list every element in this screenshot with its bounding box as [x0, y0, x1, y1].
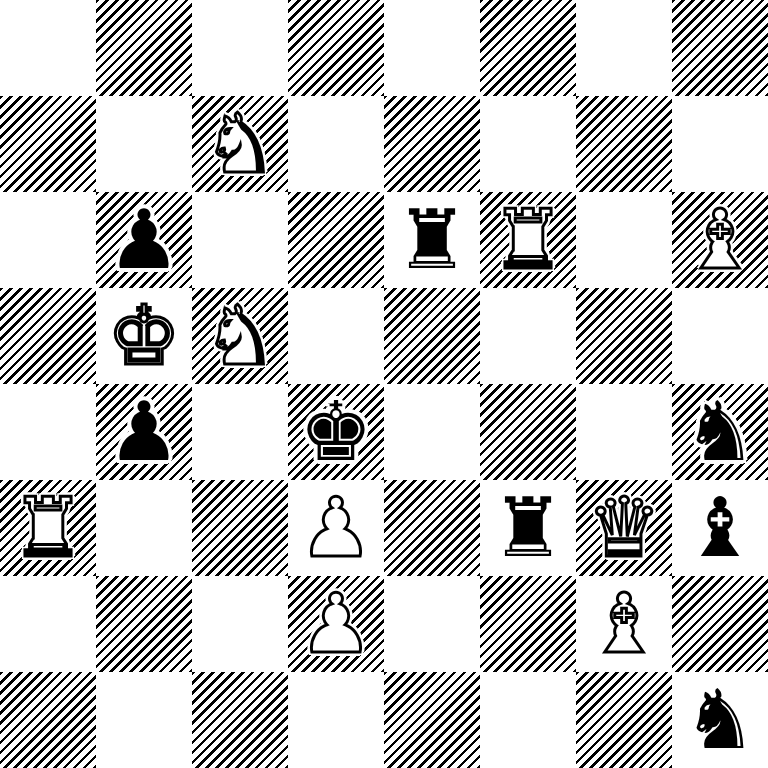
piece-black-bishop: ♝ [672, 480, 768, 576]
square-d5[interactable] [288, 288, 384, 384]
square-h5[interactable] [672, 288, 768, 384]
square-h8[interactable] [672, 0, 768, 96]
piece-white-pawn: ♟ [288, 480, 384, 576]
square-f8[interactable] [480, 0, 576, 96]
square-d8[interactable] [288, 0, 384, 96]
square-g6[interactable] [576, 192, 672, 288]
piece-black-knight: ♞ [672, 384, 768, 480]
square-e5[interactable] [384, 288, 480, 384]
square-e8[interactable] [384, 0, 480, 96]
piece-white-knight: ♞ [192, 96, 288, 192]
square-c8[interactable] [192, 0, 288, 96]
square-f7[interactable] [480, 96, 576, 192]
square-h2[interactable] [672, 576, 768, 672]
square-g3[interactable]: ♛ [576, 480, 672, 576]
square-c2[interactable] [192, 576, 288, 672]
square-a2[interactable] [0, 576, 96, 672]
square-g2[interactable]: ♝ [576, 576, 672, 672]
square-b1[interactable] [96, 672, 192, 768]
piece-black-king: ♚ [288, 384, 384, 480]
square-a3[interactable]: ♜ [0, 480, 96, 576]
piece-white-king: ♚ [96, 288, 192, 384]
square-e1[interactable] [384, 672, 480, 768]
piece-white-bishop: ♝ [576, 576, 672, 672]
square-c7[interactable]: ♞ [192, 96, 288, 192]
piece-black-rook: ♜ [384, 192, 480, 288]
square-h4[interactable]: ♞ [672, 384, 768, 480]
piece-black-rook: ♜ [480, 480, 576, 576]
square-b8[interactable] [96, 0, 192, 96]
piece-white-rook: ♜ [480, 192, 576, 288]
square-c6[interactable] [192, 192, 288, 288]
square-b4[interactable]: ♟ [96, 384, 192, 480]
square-e7[interactable] [384, 96, 480, 192]
square-g5[interactable] [576, 288, 672, 384]
square-a7[interactable] [0, 96, 96, 192]
square-a5[interactable] [0, 288, 96, 384]
chess-board: ♞♟♜♜♝♚♞♟♚♞♜♟♜♛♝♟♝♞ [0, 0, 768, 768]
square-e6[interactable]: ♜ [384, 192, 480, 288]
square-d7[interactable] [288, 96, 384, 192]
square-d4[interactable]: ♚ [288, 384, 384, 480]
piece-black-knight: ♞ [672, 672, 768, 768]
square-e3[interactable] [384, 480, 480, 576]
square-g4[interactable] [576, 384, 672, 480]
square-f3[interactable]: ♜ [480, 480, 576, 576]
square-d2[interactable]: ♟ [288, 576, 384, 672]
square-a8[interactable] [0, 0, 96, 96]
square-a4[interactable] [0, 384, 96, 480]
piece-white-queen: ♛ [576, 480, 672, 576]
square-b5[interactable]: ♚ [96, 288, 192, 384]
square-g1[interactable] [576, 672, 672, 768]
square-d3[interactable]: ♟ [288, 480, 384, 576]
square-h6[interactable]: ♝ [672, 192, 768, 288]
square-f2[interactable] [480, 576, 576, 672]
piece-white-rook: ♜ [0, 480, 96, 576]
piece-white-bishop: ♝ [672, 192, 768, 288]
piece-black-pawn: ♟ [96, 192, 192, 288]
square-c1[interactable] [192, 672, 288, 768]
square-h3[interactable]: ♝ [672, 480, 768, 576]
square-h1[interactable]: ♞ [672, 672, 768, 768]
square-f1[interactable] [480, 672, 576, 768]
square-b3[interactable] [96, 480, 192, 576]
square-f5[interactable] [480, 288, 576, 384]
square-a1[interactable] [0, 672, 96, 768]
square-c3[interactable] [192, 480, 288, 576]
piece-white-pawn: ♟ [288, 576, 384, 672]
square-b2[interactable] [96, 576, 192, 672]
square-e2[interactable] [384, 576, 480, 672]
square-h7[interactable] [672, 96, 768, 192]
square-b7[interactable] [96, 96, 192, 192]
square-f4[interactable] [480, 384, 576, 480]
square-g7[interactable] [576, 96, 672, 192]
piece-black-pawn: ♟ [96, 384, 192, 480]
piece-white-knight: ♞ [192, 288, 288, 384]
square-b6[interactable]: ♟ [96, 192, 192, 288]
square-f6[interactable]: ♜ [480, 192, 576, 288]
square-a6[interactable] [0, 192, 96, 288]
square-d1[interactable] [288, 672, 384, 768]
square-d6[interactable] [288, 192, 384, 288]
square-g8[interactable] [576, 0, 672, 96]
square-c4[interactable] [192, 384, 288, 480]
square-c5[interactable]: ♞ [192, 288, 288, 384]
square-e4[interactable] [384, 384, 480, 480]
